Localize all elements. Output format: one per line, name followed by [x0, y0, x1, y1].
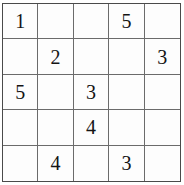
cell-r2c3[interactable]	[74, 39, 109, 74]
cell-r3c1[interactable]: 5	[3, 75, 38, 110]
cell-r5c2[interactable]: 4	[38, 146, 73, 181]
cell-r1c4[interactable]: 5	[109, 4, 144, 39]
cell-r4c3[interactable]: 4	[74, 110, 109, 145]
cell-r5c4[interactable]: 3	[109, 146, 144, 181]
puzzle-grid: 1 5 2 3 5 3 4 4 3	[2, 3, 181, 182]
cell-r2c1[interactable]	[3, 39, 38, 74]
cell-r1c5[interactable]	[145, 4, 180, 39]
cell-r1c3[interactable]	[74, 4, 109, 39]
cell-r5c5[interactable]	[145, 146, 180, 181]
cell-r2c4[interactable]	[109, 39, 144, 74]
cell-r4c1[interactable]	[3, 110, 38, 145]
cell-r3c2[interactable]	[38, 75, 73, 110]
cell-r1c2[interactable]	[38, 4, 73, 39]
cell-r4c4[interactable]	[109, 110, 144, 145]
cell-r3c3[interactable]: 3	[74, 75, 109, 110]
cell-r2c5[interactable]: 3	[145, 39, 180, 74]
cell-r5c1[interactable]	[3, 146, 38, 181]
cell-r3c5[interactable]	[145, 75, 180, 110]
cell-r4c2[interactable]	[38, 110, 73, 145]
cell-r5c3[interactable]	[74, 146, 109, 181]
cell-r3c4[interactable]	[109, 75, 144, 110]
cell-r1c1[interactable]: 1	[3, 4, 38, 39]
cell-r2c2[interactable]: 2	[38, 39, 73, 74]
cell-r4c5[interactable]	[145, 110, 180, 145]
